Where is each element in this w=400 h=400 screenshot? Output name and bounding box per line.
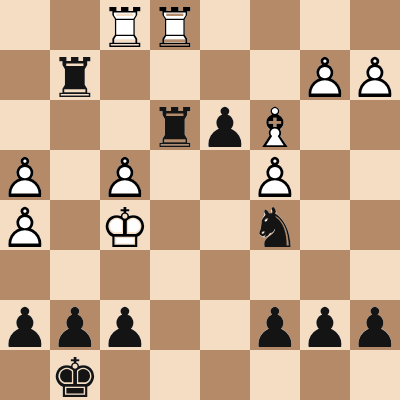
- piece-white-rook[interactable]: ♜♖: [100, 0, 150, 50]
- piece-black-rook[interactable]: ♖♜: [50, 50, 100, 100]
- square-c4[interactable]: ♚♔: [100, 200, 150, 250]
- square-h3[interactable]: [350, 250, 400, 300]
- square-e1[interactable]: [200, 350, 250, 400]
- square-f4[interactable]: ♘♞: [250, 200, 300, 250]
- piece-black-rook[interactable]: ♖♜: [150, 100, 200, 150]
- piece-glyph-over: ♞: [250, 201, 299, 256]
- square-b8[interactable]: [50, 0, 100, 50]
- square-e8[interactable]: [200, 0, 250, 50]
- square-f7[interactable]: [250, 50, 300, 100]
- square-h8[interactable]: [350, 0, 400, 50]
- square-g8[interactable]: [300, 0, 350, 50]
- square-c3[interactable]: [100, 250, 150, 300]
- piece-glyph-over: ♜: [150, 101, 199, 156]
- square-d4[interactable]: [150, 200, 200, 250]
- square-g7[interactable]: ♟♙: [300, 50, 350, 100]
- square-f8[interactable]: [250, 0, 300, 50]
- piece-glyph-over: ♔: [100, 201, 149, 256]
- piece-black-pawn[interactable]: ♙♟: [0, 300, 50, 350]
- piece-black-king[interactable]: ♔♚: [50, 350, 100, 400]
- square-g1[interactable]: [300, 350, 350, 400]
- piece-glyph-over: ♚: [50, 351, 99, 400]
- square-a3[interactable]: [0, 250, 50, 300]
- square-g5[interactable]: [300, 150, 350, 200]
- square-e2[interactable]: [200, 300, 250, 350]
- piece-white-pawn[interactable]: ♟♙: [350, 50, 400, 100]
- piece-black-pawn[interactable]: ♙♟: [50, 300, 100, 350]
- piece-glyph-over: ♖: [100, 1, 149, 56]
- piece-white-pawn[interactable]: ♟♙: [0, 150, 50, 200]
- square-a8[interactable]: [0, 0, 50, 50]
- square-g4[interactable]: [300, 200, 350, 250]
- square-f2[interactable]: ♙♟: [250, 300, 300, 350]
- square-h5[interactable]: [350, 150, 400, 200]
- square-b1[interactable]: ♔♚: [50, 350, 100, 400]
- square-b3[interactable]: [50, 250, 100, 300]
- square-d2[interactable]: [150, 300, 200, 350]
- square-b6[interactable]: [50, 100, 100, 150]
- square-b2[interactable]: ♙♟: [50, 300, 100, 350]
- square-a5[interactable]: ♟♙: [0, 150, 50, 200]
- square-e7[interactable]: [200, 50, 250, 100]
- square-f1[interactable]: [250, 350, 300, 400]
- square-a7[interactable]: [0, 50, 50, 100]
- square-e6[interactable]: ♙♟: [200, 100, 250, 150]
- piece-glyph-over: ♟: [350, 301, 399, 356]
- square-c7[interactable]: [100, 50, 150, 100]
- square-d8[interactable]: ♜♖: [150, 0, 200, 50]
- square-c2[interactable]: ♙♟: [100, 300, 150, 350]
- piece-white-pawn[interactable]: ♟♙: [0, 200, 50, 250]
- square-d1[interactable]: [150, 350, 200, 400]
- piece-glyph-over: ♜: [50, 51, 99, 106]
- piece-glyph-over: ♟: [250, 301, 299, 356]
- piece-black-pawn[interactable]: ♙♟: [200, 100, 250, 150]
- piece-white-pawn[interactable]: ♟♙: [100, 150, 150, 200]
- square-d5[interactable]: [150, 150, 200, 200]
- square-e4[interactable]: [200, 200, 250, 250]
- square-d7[interactable]: [150, 50, 200, 100]
- piece-black-pawn[interactable]: ♙♟: [300, 300, 350, 350]
- square-b4[interactable]: [50, 200, 100, 250]
- piece-white-bishop[interactable]: ♝♗: [250, 100, 300, 150]
- square-e5[interactable]: [200, 150, 250, 200]
- piece-glyph-over: ♟: [100, 301, 149, 356]
- square-a1[interactable]: [0, 350, 50, 400]
- piece-white-pawn[interactable]: ♟♙: [250, 150, 300, 200]
- piece-white-king[interactable]: ♚♔: [100, 200, 150, 250]
- square-e3[interactable]: [200, 250, 250, 300]
- square-h1[interactable]: [350, 350, 400, 400]
- square-b5[interactable]: [50, 150, 100, 200]
- piece-glyph-over: ♟: [200, 101, 249, 156]
- square-d6[interactable]: ♖♜: [150, 100, 200, 150]
- piece-glyph-over: ♟: [300, 301, 349, 356]
- piece-black-pawn[interactable]: ♙♟: [100, 300, 150, 350]
- square-f6[interactable]: ♝♗: [250, 100, 300, 150]
- square-g3[interactable]: [300, 250, 350, 300]
- square-c6[interactable]: [100, 100, 150, 150]
- square-h6[interactable]: [350, 100, 400, 150]
- square-g2[interactable]: ♙♟: [300, 300, 350, 350]
- square-h7[interactable]: ♟♙: [350, 50, 400, 100]
- square-c8[interactable]: ♜♖: [100, 0, 150, 50]
- square-a2[interactable]: ♙♟: [0, 300, 50, 350]
- piece-black-pawn[interactable]: ♙♟: [250, 300, 300, 350]
- square-f5[interactable]: ♟♙: [250, 150, 300, 200]
- square-b7[interactable]: ♖♜: [50, 50, 100, 100]
- piece-white-pawn[interactable]: ♟♙: [300, 50, 350, 100]
- square-f3[interactable]: [250, 250, 300, 300]
- square-h2[interactable]: ♙♟: [350, 300, 400, 350]
- piece-glyph-over: ♙: [0, 201, 49, 256]
- square-g6[interactable]: [300, 100, 350, 150]
- square-d3[interactable]: [150, 250, 200, 300]
- chess-board: ♜♖♜♖♖♜♟♙♟♙♖♜♙♟♝♗♟♙♟♙♟♙♟♙♚♔♘♞♙♟♙♟♙♟♙♟♙♟♙♟…: [0, 0, 400, 400]
- square-a4[interactable]: ♟♙: [0, 200, 50, 250]
- piece-black-pawn[interactable]: ♙♟: [350, 300, 400, 350]
- piece-glyph-over: ♟: [0, 301, 49, 356]
- square-c1[interactable]: [100, 350, 150, 400]
- piece-glyph-over: ♙: [350, 51, 399, 106]
- piece-black-knight[interactable]: ♘♞: [250, 200, 300, 250]
- square-h4[interactable]: [350, 200, 400, 250]
- square-a6[interactable]: [0, 100, 50, 150]
- square-c5[interactable]: ♟♙: [100, 150, 150, 200]
- piece-glyph-over: ♙: [300, 51, 349, 106]
- piece-glyph-over: ♖: [150, 1, 199, 56]
- piece-white-rook[interactable]: ♜♖: [150, 0, 200, 50]
